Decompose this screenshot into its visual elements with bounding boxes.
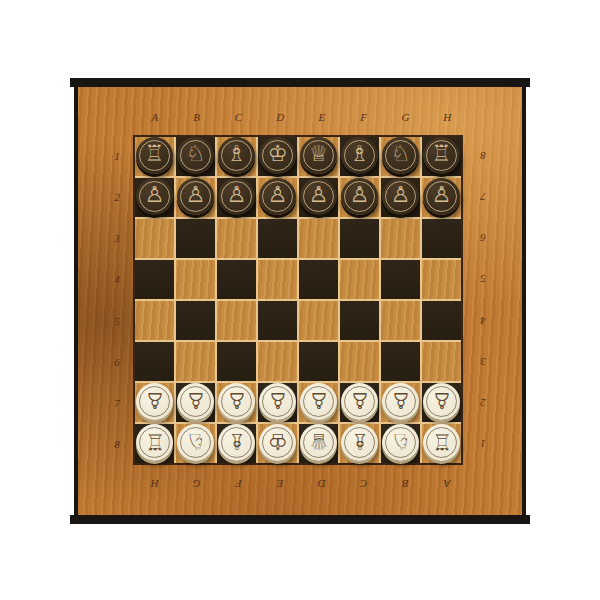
square-c1[interactable]: ♗ — [217, 137, 256, 176]
square-d2[interactable]: ♙ — [258, 178, 297, 217]
file-label: F — [218, 471, 260, 497]
square-e2[interactable]: ♙ — [299, 178, 338, 217]
rook-icon: ♖ — [432, 430, 452, 452]
pawn-icon: ♙ — [227, 389, 247, 411]
photo-background: ABCDEFGH ABCDEFGH 12345678 12345678 ♖♘♗♔… — [0, 0, 600, 600]
file-label: H — [134, 471, 176, 497]
file-label: E — [301, 104, 343, 130]
square-f6[interactable] — [340, 342, 379, 381]
king-icon: ♔ — [268, 430, 288, 452]
board-top-rim — [70, 78, 530, 87]
square-h4[interactable] — [422, 260, 461, 299]
pawn-icon: ♙ — [186, 389, 206, 411]
square-f1[interactable]: ♗ — [340, 137, 379, 176]
square-d3[interactable] — [258, 219, 297, 258]
piece-light-pawn-d7: ♙ — [259, 383, 296, 420]
pawn-icon: ♙ — [186, 184, 206, 206]
piece-dark-knight-g1: ♘ — [382, 137, 419, 174]
piece-light-bishop-c8: ♗ — [218, 424, 255, 461]
piece-light-rook-a8: ♖ — [136, 424, 173, 461]
square-f8[interactable]: ♗ — [340, 424, 379, 463]
rank-label: 6 — [471, 218, 495, 259]
piece-light-bishop-f8: ♗ — [341, 424, 378, 461]
square-a3[interactable] — [135, 219, 174, 258]
square-a5[interactable] — [135, 301, 174, 340]
rank-label: 4 — [105, 259, 129, 300]
pawn-icon: ♙ — [145, 389, 165, 411]
square-f3[interactable] — [340, 219, 379, 258]
square-b7[interactable]: ♙ — [176, 383, 215, 422]
piece-light-knight-b8: ♘ — [177, 424, 214, 461]
square-h2[interactable]: ♙ — [422, 178, 461, 217]
rank-label: 1 — [471, 424, 495, 465]
piece-light-pawn-g7: ♙ — [382, 383, 419, 420]
square-b3[interactable] — [176, 219, 215, 258]
piece-dark-pawn-e2: ♙ — [300, 178, 337, 215]
square-b5[interactable] — [176, 301, 215, 340]
square-a4[interactable] — [135, 260, 174, 299]
square-d5[interactable] — [258, 301, 297, 340]
square-f4[interactable] — [340, 260, 379, 299]
square-c3[interactable] — [217, 219, 256, 258]
pawn-icon: ♙ — [350, 389, 370, 411]
square-e6[interactable] — [299, 342, 338, 381]
square-f2[interactable]: ♙ — [340, 178, 379, 217]
rank-labels-left: 12345678 — [105, 135, 129, 465]
square-b8[interactable]: ♘ — [176, 424, 215, 463]
piece-light-pawn-e7: ♙ — [300, 383, 337, 420]
pawn-icon: ♙ — [391, 184, 411, 206]
pawn-icon: ♙ — [268, 184, 288, 206]
rank-label: 5 — [105, 300, 129, 341]
rook-icon: ♖ — [145, 430, 165, 452]
file-label: E — [259, 471, 301, 497]
file-labels-top: ABCDEFGH — [134, 104, 468, 130]
square-b1[interactable]: ♘ — [176, 137, 215, 176]
file-label: G — [176, 471, 218, 497]
pawn-icon: ♙ — [350, 184, 370, 206]
square-c4[interactable] — [217, 260, 256, 299]
square-g6[interactable] — [381, 342, 420, 381]
square-f7[interactable]: ♙ — [340, 383, 379, 422]
file-label: A — [134, 104, 176, 130]
knight-icon: ♘ — [391, 143, 411, 165]
square-h8[interactable]: ♖ — [422, 424, 461, 463]
piece-light-pawn-c7: ♙ — [218, 383, 255, 420]
piece-dark-pawn-g2: ♙ — [382, 178, 419, 215]
board-bottom-rim — [70, 515, 530, 524]
piece-dark-pawn-f2: ♙ — [341, 178, 378, 215]
square-c5[interactable] — [217, 301, 256, 340]
square-c8[interactable]: ♗ — [217, 424, 256, 463]
rank-labels-right: 12345678 — [471, 135, 495, 465]
file-label: H — [426, 104, 468, 130]
square-a8[interactable]: ♖ — [135, 424, 174, 463]
square-f5[interactable] — [340, 301, 379, 340]
square-g3[interactable] — [381, 219, 420, 258]
square-h6[interactable] — [422, 342, 461, 381]
square-e3[interactable] — [299, 219, 338, 258]
board-grid: ♖♘♗♔♕♗♘♖♙♙♙♙♙♙♙♙♙♙♙♙♙♙♙♙♖♘♗♔♕♗♘♖ — [133, 135, 463, 465]
file-label: C — [343, 471, 385, 497]
square-h1[interactable]: ♖ — [422, 137, 461, 176]
rank-label: 8 — [105, 424, 129, 465]
piece-dark-pawn-c2: ♙ — [218, 178, 255, 215]
piece-dark-pawn-a2: ♙ — [136, 178, 173, 215]
pawn-icon: ♙ — [309, 389, 329, 411]
queen-icon: ♕ — [309, 430, 329, 452]
square-d8[interactable]: ♔ — [258, 424, 297, 463]
square-b4[interactable] — [176, 260, 215, 299]
knight-icon: ♘ — [186, 143, 206, 165]
square-a1[interactable]: ♖ — [135, 137, 174, 176]
file-label: B — [385, 471, 427, 497]
file-label: B — [176, 104, 218, 130]
square-e7[interactable]: ♙ — [299, 383, 338, 422]
rank-label: 6 — [105, 341, 129, 382]
piece-light-pawn-b7: ♙ — [177, 383, 214, 420]
square-c7[interactable]: ♙ — [217, 383, 256, 422]
piece-dark-rook-h1: ♖ — [423, 137, 460, 174]
bishop-icon: ♗ — [350, 143, 370, 165]
queen-icon: ♕ — [309, 143, 329, 165]
board-wood-frame: ABCDEFGH ABCDEFGH 12345678 12345678 ♖♘♗♔… — [78, 87, 522, 515]
chess-board-box: ABCDEFGH ABCDEFGH 12345678 12345678 ♖♘♗♔… — [74, 78, 526, 524]
bishop-icon: ♗ — [350, 430, 370, 452]
square-g4[interactable] — [381, 260, 420, 299]
pawn-icon: ♙ — [432, 389, 452, 411]
rank-label: 7 — [471, 176, 495, 217]
square-h5[interactable] — [422, 301, 461, 340]
piece-dark-pawn-d2: ♙ — [259, 178, 296, 215]
square-g2[interactable]: ♙ — [381, 178, 420, 217]
rank-label: 2 — [105, 176, 129, 217]
file-label: D — [301, 471, 343, 497]
rank-label: 8 — [471, 135, 495, 176]
square-h7[interactable]: ♙ — [422, 383, 461, 422]
rook-icon: ♖ — [145, 143, 165, 165]
piece-dark-bishop-f1: ♗ — [341, 137, 378, 174]
square-c6[interactable] — [217, 342, 256, 381]
rook-icon: ♖ — [432, 143, 452, 165]
square-e8[interactable]: ♕ — [299, 424, 338, 463]
piece-dark-bishop-c1: ♗ — [218, 137, 255, 174]
square-g7[interactable]: ♙ — [381, 383, 420, 422]
piece-light-king-d8: ♔ — [259, 424, 296, 461]
pawn-icon: ♙ — [145, 184, 165, 206]
square-a2[interactable]: ♙ — [135, 178, 174, 217]
square-d1[interactable]: ♔ — [258, 137, 297, 176]
piece-light-pawn-h7: ♙ — [423, 383, 460, 420]
piece-dark-queen-e1: ♕ — [300, 137, 337, 174]
bishop-icon: ♗ — [227, 143, 247, 165]
piece-dark-pawn-b2: ♙ — [177, 178, 214, 215]
pawn-icon: ♙ — [432, 184, 452, 206]
square-b6[interactable] — [176, 342, 215, 381]
square-h3[interactable] — [422, 219, 461, 258]
piece-dark-knight-b1: ♘ — [177, 137, 214, 174]
square-a6[interactable] — [135, 342, 174, 381]
piece-dark-rook-a1: ♖ — [136, 137, 173, 174]
square-e5[interactable] — [299, 301, 338, 340]
knight-icon: ♘ — [186, 430, 206, 452]
file-label: D — [259, 104, 301, 130]
file-labels-bottom: ABCDEFGH — [134, 471, 468, 497]
square-g1[interactable]: ♘ — [381, 137, 420, 176]
king-icon: ♔ — [268, 143, 288, 165]
piece-light-knight-g8: ♘ — [382, 424, 419, 461]
piece-dark-king-d1: ♔ — [259, 137, 296, 174]
rank-label: 3 — [471, 341, 495, 382]
bishop-icon: ♗ — [227, 430, 247, 452]
file-label: A — [426, 471, 468, 497]
pawn-icon: ♙ — [309, 184, 329, 206]
pawn-icon: ♙ — [268, 389, 288, 411]
rank-label: 2 — [471, 383, 495, 424]
square-e4[interactable] — [299, 260, 338, 299]
file-label: F — [343, 104, 385, 130]
piece-light-queen-e8: ♕ — [300, 424, 337, 461]
rank-label: 4 — [471, 300, 495, 341]
square-g8[interactable]: ♘ — [381, 424, 420, 463]
file-label: G — [385, 104, 427, 130]
piece-light-pawn-f7: ♙ — [341, 383, 378, 420]
piece-light-pawn-a7: ♙ — [136, 383, 173, 420]
rank-label: 5 — [471, 259, 495, 300]
piece-dark-pawn-h2: ♙ — [423, 178, 460, 215]
square-a7[interactable]: ♙ — [135, 383, 174, 422]
square-d4[interactable] — [258, 260, 297, 299]
rank-label: 7 — [105, 383, 129, 424]
piece-light-rook-h8: ♖ — [423, 424, 460, 461]
knight-icon: ♘ — [391, 430, 411, 452]
square-d6[interactable] — [258, 342, 297, 381]
rank-label: 3 — [105, 218, 129, 259]
square-e1[interactable]: ♕ — [299, 137, 338, 176]
square-b2[interactable]: ♙ — [176, 178, 215, 217]
file-label: C — [218, 104, 260, 130]
square-d7[interactable]: ♙ — [258, 383, 297, 422]
pawn-icon: ♙ — [391, 389, 411, 411]
rank-label: 1 — [105, 135, 129, 176]
square-c2[interactable]: ♙ — [217, 178, 256, 217]
square-g5[interactable] — [381, 301, 420, 340]
pawn-icon: ♙ — [227, 184, 247, 206]
